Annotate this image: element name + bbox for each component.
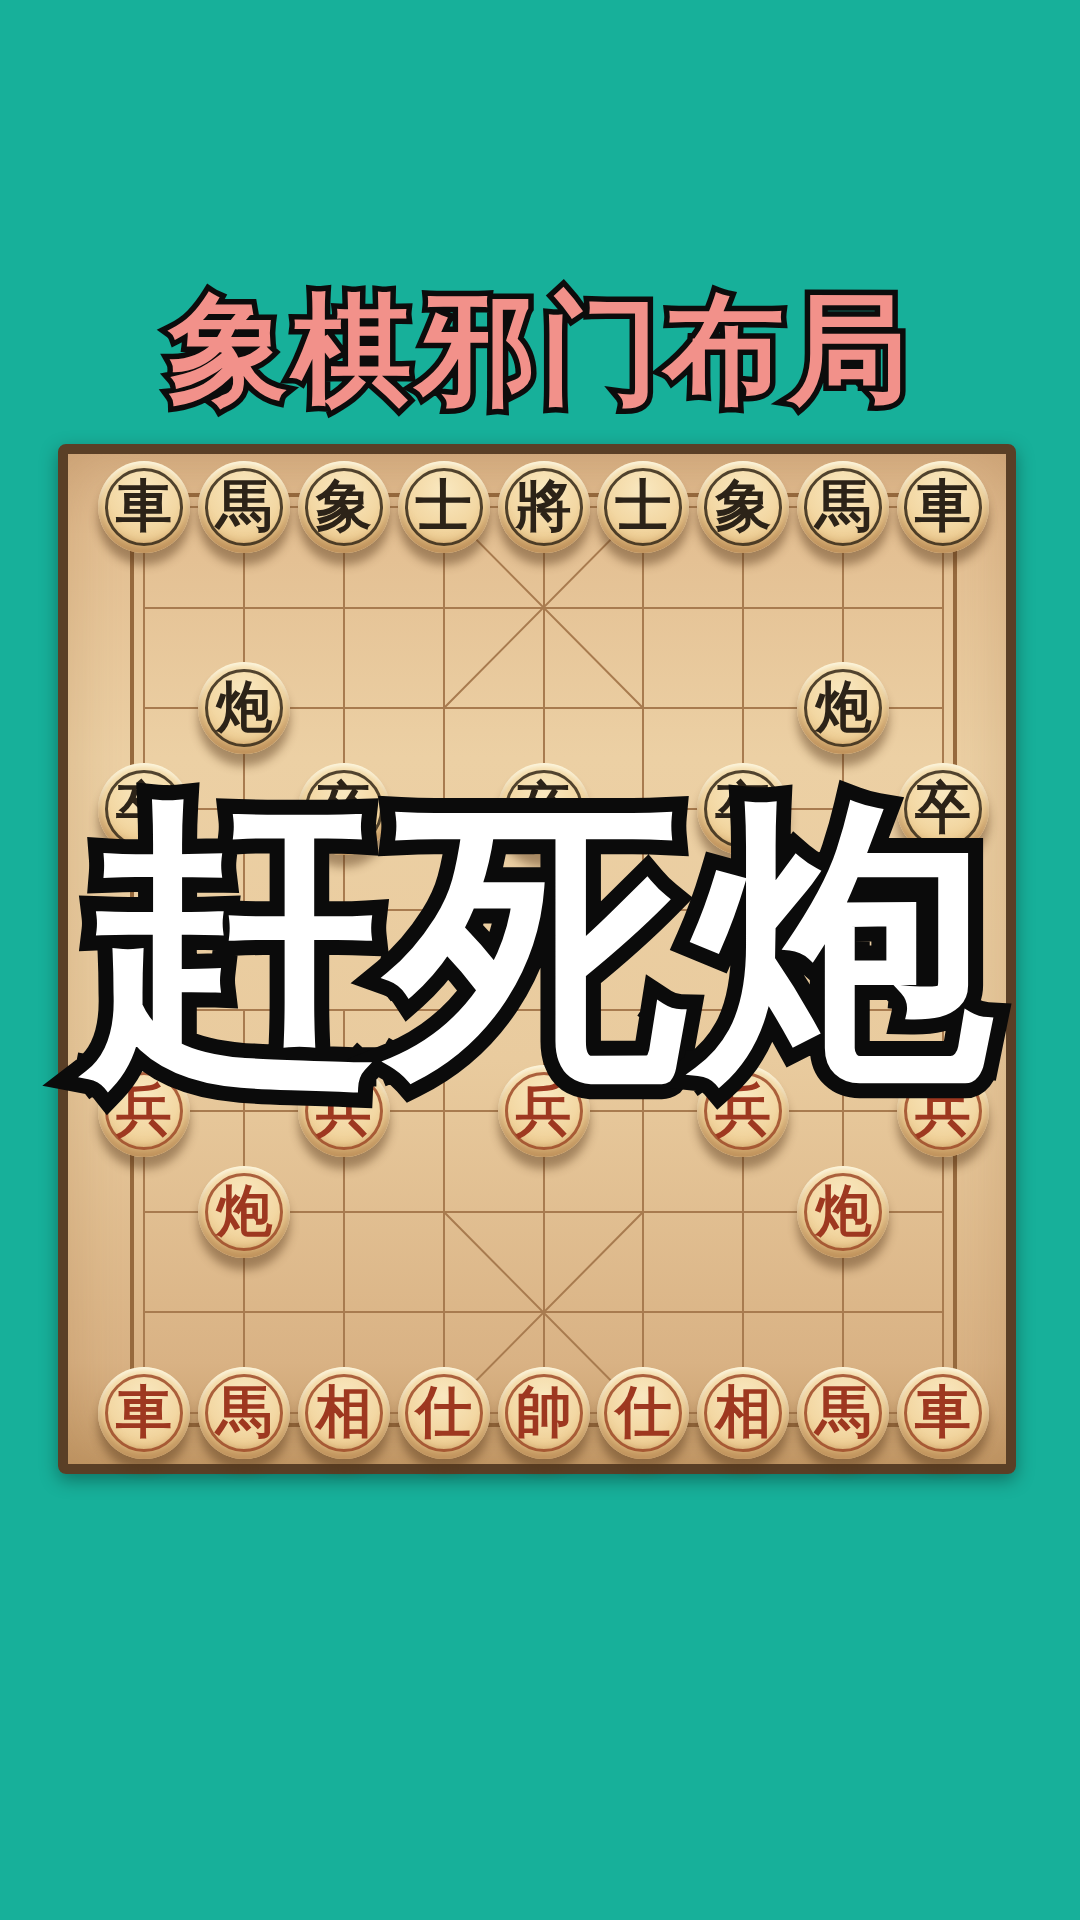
piece-character: 馬 (216, 478, 272, 534)
piece-character: 車 (915, 478, 971, 534)
piece-black-炮[interactable]: 炮 (797, 662, 889, 754)
piece-black-象[interactable]: 象 (298, 461, 390, 553)
piece-character: 仕 (416, 1384, 472, 1440)
piece-red-炮[interactable]: 炮 (198, 1166, 290, 1258)
piece-red-仕[interactable]: 仕 (398, 1367, 490, 1459)
piece-character: 相 (316, 1384, 372, 1440)
piece-character: 士 (416, 478, 472, 534)
piece-black-將[interactable]: 將 (498, 461, 590, 553)
piece-character: 馬 (815, 1384, 871, 1440)
piece-black-馬[interactable]: 馬 (198, 461, 290, 553)
piece-black-士[interactable]: 士 (597, 461, 689, 553)
piece-character: 炮 (216, 679, 272, 735)
piece-black-馬[interactable]: 馬 (797, 461, 889, 553)
piece-character: 車 (116, 478, 172, 534)
piece-character: 炮 (815, 679, 871, 735)
piece-red-馬[interactable]: 馬 (198, 1367, 290, 1459)
piece-character: 象 (715, 478, 771, 534)
piece-character: 仕 (615, 1384, 671, 1440)
piece-character: 象 (316, 478, 372, 534)
piece-red-帥[interactable]: 帥 (498, 1367, 590, 1459)
piece-character: 炮 (815, 1183, 871, 1239)
piece-character: 帥 (516, 1384, 572, 1440)
piece-red-炮[interactable]: 炮 (797, 1166, 889, 1258)
page-title: 象棋邪门布局 (0, 282, 1080, 420)
piece-black-車[interactable]: 車 (98, 461, 190, 553)
piece-character: 車 (915, 1384, 971, 1440)
piece-black-士[interactable]: 士 (398, 461, 490, 553)
piece-red-仕[interactable]: 仕 (597, 1367, 689, 1459)
piece-character: 相 (715, 1384, 771, 1440)
piece-black-象[interactable]: 象 (697, 461, 789, 553)
piece-character: 士 (615, 478, 671, 534)
piece-character: 馬 (216, 1384, 272, 1440)
piece-character: 將 (516, 478, 572, 534)
piece-character: 馬 (815, 478, 871, 534)
piece-red-相[interactable]: 相 (298, 1367, 390, 1459)
piece-red-車[interactable]: 車 (98, 1367, 190, 1459)
piece-red-馬[interactable]: 馬 (797, 1367, 889, 1459)
piece-red-車[interactable]: 車 (897, 1367, 989, 1459)
piece-character: 炮 (216, 1183, 272, 1239)
overlay-caption: 赶死炮 (0, 786, 1080, 1101)
piece-black-車[interactable]: 車 (897, 461, 989, 553)
piece-black-炮[interactable]: 炮 (198, 662, 290, 754)
piece-character: 車 (116, 1384, 172, 1440)
piece-red-相[interactable]: 相 (697, 1367, 789, 1459)
